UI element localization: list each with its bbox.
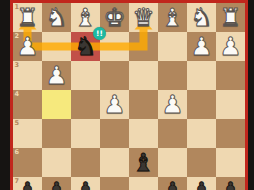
piece-white-king-e1[interactable]: ♚ — [100, 3, 129, 32]
piece-white-pawn-h2[interactable]: ♟ — [13, 32, 42, 61]
piece-white-pawn-c4[interactable]: ♟ — [158, 90, 187, 119]
piece-white-pawn-e4[interactable]: ♟ — [100, 90, 129, 119]
piece-white-bishop-c1[interactable]: ♝ — [158, 3, 187, 32]
piece-white-pawn-a2[interactable]: ♟ — [216, 32, 245, 61]
piece-black-pawn-b7[interactable]: ♟ — [187, 177, 216, 190]
piece-black-bishop-d6[interactable]: ♝ — [129, 148, 158, 177]
piece-white-knight-g1[interactable]: ♞ — [42, 3, 71, 32]
chess-board-frame: 1234567 ♜♞♝♚♛♝♞♜♟♞♟♟♟♟♟♝♟♟♟♟♟♟ !! — [10, 0, 248, 190]
piece-white-rook-h1[interactable]: ♜ — [13, 3, 42, 32]
piece-black-pawn-c7[interactable]: ♟ — [158, 177, 187, 190]
brilliant-move-badge: !! — [93, 27, 106, 40]
piece-white-rook-a1[interactable]: ♜ — [216, 3, 245, 32]
chess-app-stage: 1234567 ♜♞♝♚♛♝♞♜♟♞♟♟♟♟♟♝♟♟♟♟♟♟ !! — [0, 0, 254, 190]
piece-white-queen-d1[interactable]: ♛ — [129, 3, 158, 32]
piece-white-pawn-b2[interactable]: ♟ — [187, 32, 216, 61]
piece-black-pawn-g7[interactable]: ♟ — [42, 177, 71, 190]
piece-black-pawn-a7[interactable]: ♟ — [216, 177, 245, 190]
piece-layer: ♜♞♝♚♛♝♞♜♟♞♟♟♟♟♟♝♟♟♟♟♟♟ — [13, 3, 245, 190]
piece-white-pawn-g3[interactable]: ♟ — [42, 61, 71, 90]
piece-white-knight-b1[interactable]: ♞ — [187, 3, 216, 32]
piece-black-pawn-h7[interactable]: ♟ — [13, 177, 42, 190]
piece-black-pawn-f7[interactable]: ♟ — [71, 177, 100, 190]
